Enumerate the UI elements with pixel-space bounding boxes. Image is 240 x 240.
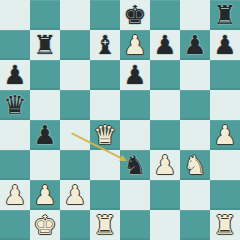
square-c3[interactable] — [60, 150, 90, 180]
piece-white-pawn-e7[interactable]: ♟ — [120, 30, 150, 60]
piece-white-queen-d4[interactable]: ♛ — [90, 120, 120, 150]
square-a4[interactable] — [0, 120, 30, 150]
square-f8[interactable] — [150, 0, 180, 30]
square-d1[interactable]: ♜ — [90, 210, 120, 240]
square-a6[interactable]: ♟ — [0, 60, 30, 90]
square-c6[interactable] — [60, 60, 90, 90]
square-g2[interactable] — [180, 180, 210, 210]
piece-white-king-b1[interactable]: ♚ — [30, 210, 60, 240]
square-h2[interactable] — [210, 180, 240, 210]
board-grid: ♚♜♜♝♟♟♟♟♟♟♛♟♛♟♞♟♞♟♟♟♚♜♜ — [0, 0, 240, 240]
piece-black-pawn-h7[interactable]: ♟ — [210, 30, 240, 60]
square-g5[interactable] — [180, 90, 210, 120]
square-b2[interactable]: ♟ — [30, 180, 60, 210]
square-e4[interactable] — [120, 120, 150, 150]
piece-white-rook-d1[interactable]: ♜ — [90, 210, 120, 240]
square-d8[interactable] — [90, 0, 120, 30]
square-b8[interactable] — [30, 0, 60, 30]
square-d5[interactable] — [90, 90, 120, 120]
square-d7[interactable]: ♝ — [90, 30, 120, 60]
piece-white-pawn-b2[interactable]: ♟ — [30, 180, 60, 210]
square-h3[interactable] — [210, 150, 240, 180]
square-f4[interactable] — [150, 120, 180, 150]
square-h4[interactable]: ♟ — [210, 120, 240, 150]
piece-white-pawn-c2[interactable]: ♟ — [60, 180, 90, 210]
square-d4[interactable]: ♛ — [90, 120, 120, 150]
piece-black-pawn-e6[interactable]: ♟ — [120, 60, 150, 90]
square-e7[interactable]: ♟ — [120, 30, 150, 60]
square-e5[interactable] — [120, 90, 150, 120]
square-a2[interactable]: ♟ — [0, 180, 30, 210]
square-d3[interactable] — [90, 150, 120, 180]
square-e2[interactable] — [120, 180, 150, 210]
square-g6[interactable] — [180, 60, 210, 90]
square-h7[interactable]: ♟ — [210, 30, 240, 60]
square-g8[interactable] — [180, 0, 210, 30]
square-d6[interactable] — [90, 60, 120, 90]
piece-white-knight-g3[interactable]: ♞ — [180, 150, 210, 180]
square-f5[interactable] — [150, 90, 180, 120]
square-e6[interactable]: ♟ — [120, 60, 150, 90]
square-h8[interactable]: ♜ — [210, 0, 240, 30]
square-f1[interactable] — [150, 210, 180, 240]
piece-black-pawn-b4[interactable]: ♟ — [30, 120, 60, 150]
square-f3[interactable]: ♟ — [150, 150, 180, 180]
square-e3[interactable]: ♞ — [120, 150, 150, 180]
square-a5[interactable]: ♛ — [0, 90, 30, 120]
piece-black-pawn-g7[interactable]: ♟ — [180, 30, 210, 60]
piece-white-rook-h1[interactable]: ♜ — [210, 210, 240, 240]
square-g1[interactable] — [180, 210, 210, 240]
square-g3[interactable]: ♞ — [180, 150, 210, 180]
square-e1[interactable] — [120, 210, 150, 240]
piece-white-pawn-a2[interactable]: ♟ — [0, 180, 30, 210]
square-c5[interactable] — [60, 90, 90, 120]
square-b5[interactable] — [30, 90, 60, 120]
piece-white-pawn-f3[interactable]: ♟ — [150, 150, 180, 180]
square-c8[interactable] — [60, 0, 90, 30]
square-b7[interactable]: ♜ — [30, 30, 60, 60]
square-a8[interactable] — [0, 0, 30, 30]
square-f7[interactable]: ♟ — [150, 30, 180, 60]
square-c1[interactable] — [60, 210, 90, 240]
piece-black-rook-b7[interactable]: ♜ — [30, 30, 60, 60]
square-c4[interactable] — [60, 120, 90, 150]
piece-black-rook-h8[interactable]: ♜ — [210, 0, 240, 30]
square-f2[interactable] — [150, 180, 180, 210]
square-a7[interactable] — [0, 30, 30, 60]
piece-black-queen-a5[interactable]: ♛ — [0, 90, 30, 120]
piece-black-pawn-f7[interactable]: ♟ — [150, 30, 180, 60]
piece-white-pawn-h4[interactable]: ♟ — [210, 120, 240, 150]
square-c2[interactable]: ♟ — [60, 180, 90, 210]
square-h1[interactable]: ♜ — [210, 210, 240, 240]
piece-black-king-e8[interactable]: ♚ — [120, 0, 150, 30]
square-f6[interactable] — [150, 60, 180, 90]
square-e8[interactable]: ♚ — [120, 0, 150, 30]
square-g7[interactable]: ♟ — [180, 30, 210, 60]
square-b1[interactable]: ♚ — [30, 210, 60, 240]
square-c7[interactable] — [60, 30, 90, 60]
square-b4[interactable]: ♟ — [30, 120, 60, 150]
square-b6[interactable] — [30, 60, 60, 90]
chess-board: ♚♜♜♝♟♟♟♟♟♟♛♟♛♟♞♟♞♟♟♟♚♜♜ — [0, 0, 240, 240]
piece-black-knight-e3[interactable]: ♞ — [120, 150, 150, 180]
square-a3[interactable] — [0, 150, 30, 180]
square-h6[interactable] — [210, 60, 240, 90]
piece-black-bishop-d7[interactable]: ♝ — [90, 30, 120, 60]
square-d2[interactable] — [90, 180, 120, 210]
square-h5[interactable] — [210, 90, 240, 120]
square-b3[interactable] — [30, 150, 60, 180]
square-a1[interactable] — [0, 210, 30, 240]
piece-black-pawn-a6[interactable]: ♟ — [0, 60, 30, 90]
square-g4[interactable] — [180, 120, 210, 150]
